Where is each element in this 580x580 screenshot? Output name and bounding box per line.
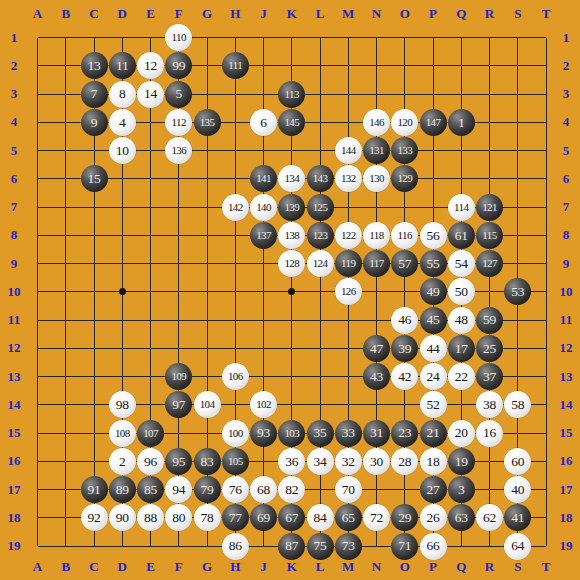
move-number: 129 <box>397 173 412 184</box>
black-stone-R7: 121 <box>476 194 503 221</box>
move-number: 91 <box>88 483 101 497</box>
black-stone-J8: 137 <box>250 222 277 249</box>
move-number: 8 <box>119 87 125 101</box>
white-stone-P8: 56 <box>420 222 447 249</box>
move-number: 119 <box>341 258 355 269</box>
white-stone-S17: 40 <box>504 476 531 503</box>
black-stone-G16: 83 <box>194 448 221 475</box>
move-number: 106 <box>228 371 243 382</box>
black-stone-H16: 105 <box>222 448 249 475</box>
white-stone-G18: 78 <box>194 504 221 531</box>
white-stone-O4: 120 <box>391 109 418 136</box>
black-stone-Q16: 19 <box>448 448 475 475</box>
black-stone-J6: 141 <box>250 165 277 192</box>
black-stone-Q17: 3 <box>448 476 475 503</box>
black-stone-O6: 129 <box>391 165 418 192</box>
white-stone-F1: 110 <box>165 24 192 51</box>
black-stone-P11: 45 <box>420 307 447 334</box>
black-stone-K15: 103 <box>278 420 305 447</box>
white-stone-Q11: 48 <box>448 307 475 334</box>
move-number: 138 <box>284 230 299 241</box>
move-number: 12 <box>144 59 157 73</box>
move-number: 29 <box>398 511 411 525</box>
black-stone-O9: 57 <box>391 250 418 277</box>
move-number: 111 <box>228 60 242 71</box>
move-number: 52 <box>427 398 440 412</box>
black-stone-C3: 7 <box>81 81 108 108</box>
black-stone-L7: 125 <box>307 194 334 221</box>
white-stone-H13: 106 <box>222 363 249 390</box>
move-number: 38 <box>483 398 496 412</box>
move-number: 100 <box>228 428 243 439</box>
move-number: 1 <box>458 116 464 130</box>
move-number: 24 <box>427 370 440 384</box>
move-number: 73 <box>342 539 355 553</box>
white-stone-N18: 72 <box>363 504 390 531</box>
move-number: 97 <box>172 398 185 412</box>
white-stone-M6: 132 <box>335 165 362 192</box>
move-number: 94 <box>172 483 185 497</box>
move-number: 87 <box>285 539 298 553</box>
white-stone-K16: 36 <box>278 448 305 475</box>
black-stone-O18: 29 <box>391 504 418 531</box>
move-number: 40 <box>511 483 524 497</box>
move-number: 34 <box>314 455 327 469</box>
white-stone-K8: 138 <box>278 222 305 249</box>
move-number: 84 <box>314 511 327 525</box>
white-stone-P18: 26 <box>420 504 447 531</box>
black-stone-N15: 31 <box>363 420 390 447</box>
move-number: 31 <box>370 426 383 440</box>
white-stone-Q9: 54 <box>448 250 475 277</box>
move-number: 13 <box>88 59 101 73</box>
move-number: 121 <box>482 202 497 213</box>
move-number: 4 <box>119 116 125 130</box>
move-number: 128 <box>284 258 299 269</box>
white-stone-R18: 62 <box>476 504 503 531</box>
white-stone-E16: 96 <box>137 448 164 475</box>
move-number: 109 <box>171 371 186 382</box>
move-number: 132 <box>341 173 356 184</box>
white-stone-E18: 88 <box>137 504 164 531</box>
move-number: 14 <box>144 87 157 101</box>
move-number: 120 <box>397 117 412 128</box>
white-stone-Q10: 50 <box>448 278 475 305</box>
white-stone-J14: 102 <box>250 391 277 418</box>
move-number: 99 <box>172 59 185 73</box>
move-number: 79 <box>201 483 214 497</box>
black-stone-R12: 25 <box>476 335 503 362</box>
move-number: 69 <box>257 511 270 525</box>
move-number: 2 <box>119 455 125 469</box>
white-stone-Q13: 22 <box>448 363 475 390</box>
black-stone-F16: 95 <box>165 448 192 475</box>
white-stone-S14: 58 <box>504 391 531 418</box>
move-number: 98 <box>116 398 129 412</box>
move-number: 118 <box>369 230 383 241</box>
move-number: 44 <box>427 342 440 356</box>
black-stone-Q18: 63 <box>448 504 475 531</box>
move-number: 41 <box>511 511 524 525</box>
move-number: 7 <box>91 87 97 101</box>
move-number: 82 <box>285 483 298 497</box>
move-number: 93 <box>257 426 270 440</box>
white-stone-F18: 80 <box>165 504 192 531</box>
move-number: 107 <box>143 428 158 439</box>
move-number: 37 <box>483 370 496 384</box>
white-stone-H7: 142 <box>222 194 249 221</box>
move-number: 50 <box>455 285 468 299</box>
move-number: 76 <box>229 483 242 497</box>
move-number: 19 <box>455 455 468 469</box>
white-stone-F5: 136 <box>165 137 192 164</box>
black-stone-G17: 79 <box>194 476 221 503</box>
move-number: 21 <box>427 426 440 440</box>
move-number: 127 <box>482 258 497 269</box>
move-number: 85 <box>144 483 157 497</box>
white-stone-D18: 90 <box>109 504 136 531</box>
move-number: 42 <box>398 370 411 384</box>
black-stone-R11: 59 <box>476 307 503 334</box>
move-number: 102 <box>256 399 271 410</box>
move-number: 54 <box>455 257 468 271</box>
white-stone-J7: 140 <box>250 194 277 221</box>
move-number: 105 <box>228 456 243 467</box>
black-stone-S10: 53 <box>504 278 531 305</box>
white-stone-M5: 144 <box>335 137 362 164</box>
black-stone-D17: 89 <box>109 476 136 503</box>
move-number: 139 <box>284 202 299 213</box>
black-stone-P17: 27 <box>420 476 447 503</box>
move-number: 141 <box>256 173 271 184</box>
move-number: 117 <box>369 258 383 269</box>
white-stone-N6: 130 <box>363 165 390 192</box>
white-stone-Q7: 114 <box>448 194 475 221</box>
move-number: 28 <box>398 455 411 469</box>
move-number: 110 <box>172 32 186 43</box>
move-number: 67 <box>285 511 298 525</box>
white-stone-R15: 16 <box>476 420 503 447</box>
black-stone-E17: 85 <box>137 476 164 503</box>
move-number: 114 <box>454 202 468 213</box>
move-number: 123 <box>313 230 328 241</box>
move-number: 75 <box>314 539 327 553</box>
black-stone-H2: 111 <box>222 52 249 79</box>
move-number: 66 <box>427 539 440 553</box>
black-stone-C17: 91 <box>81 476 108 503</box>
move-number: 96 <box>144 455 157 469</box>
black-stone-M18: 65 <box>335 504 362 531</box>
white-stone-N16: 30 <box>363 448 390 475</box>
black-stone-C2: 13 <box>81 52 108 79</box>
black-stone-N9: 117 <box>363 250 390 277</box>
black-stone-Q4: 1 <box>448 109 475 136</box>
move-number: 133 <box>397 145 412 156</box>
white-stone-N4: 146 <box>363 109 390 136</box>
move-number: 30 <box>370 455 383 469</box>
white-stone-N8: 118 <box>363 222 390 249</box>
black-stone-J15: 93 <box>250 420 277 447</box>
white-stone-Q15: 20 <box>448 420 475 447</box>
white-stone-O16: 28 <box>391 448 418 475</box>
move-number: 92 <box>88 511 101 525</box>
white-stone-K9: 128 <box>278 250 305 277</box>
black-stone-O12: 39 <box>391 335 418 362</box>
white-stone-E2: 12 <box>137 52 164 79</box>
white-stone-S19: 64 <box>504 533 531 560</box>
black-stone-C4: 9 <box>81 109 108 136</box>
move-number: 20 <box>455 426 468 440</box>
white-stone-M17: 70 <box>335 476 362 503</box>
move-number: 16 <box>483 426 496 440</box>
move-number: 62 <box>483 511 496 525</box>
move-number: 53 <box>511 285 524 299</box>
move-number: 77 <box>229 511 242 525</box>
move-number: 88 <box>144 511 157 525</box>
move-number: 147 <box>426 117 441 128</box>
white-stone-F17: 94 <box>165 476 192 503</box>
white-stone-M10: 126 <box>335 278 362 305</box>
move-number: 9 <box>91 116 97 130</box>
move-number: 83 <box>201 455 214 469</box>
white-stone-L9: 124 <box>307 250 334 277</box>
black-stone-P4: 147 <box>420 109 447 136</box>
move-number: 140 <box>256 202 271 213</box>
move-number: 58 <box>511 398 524 412</box>
move-number: 35 <box>314 426 327 440</box>
move-number: 86 <box>229 539 242 553</box>
move-number: 3 <box>458 483 464 497</box>
white-stone-O13: 42 <box>391 363 418 390</box>
move-number: 61 <box>455 229 468 243</box>
white-stone-P19: 66 <box>420 533 447 560</box>
white-stone-J4: 6 <box>250 109 277 136</box>
white-stone-L16: 34 <box>307 448 334 475</box>
white-stone-D4: 4 <box>109 109 136 136</box>
move-number: 45 <box>427 313 440 327</box>
move-number: 25 <box>483 342 496 356</box>
move-number: 48 <box>455 313 468 327</box>
white-stone-F4: 112 <box>165 109 192 136</box>
move-number: 23 <box>398 426 411 440</box>
move-number: 104 <box>200 399 215 410</box>
black-stone-O5: 133 <box>391 137 418 164</box>
white-stone-H15: 100 <box>222 420 249 447</box>
move-number: 72 <box>370 511 383 525</box>
white-stone-J17: 68 <box>250 476 277 503</box>
black-stone-L6: 143 <box>307 165 334 192</box>
black-stone-K7: 139 <box>278 194 305 221</box>
move-number: 122 <box>341 230 356 241</box>
black-stone-M9: 119 <box>335 250 362 277</box>
black-stone-Q12: 17 <box>448 335 475 362</box>
go-board: ABCDEFGHJKLMNOPQRST ABCDEFGHJKLMNOPQRST … <box>0 0 580 580</box>
move-number: 130 <box>369 173 384 184</box>
black-stone-R8: 115 <box>476 222 503 249</box>
move-number: 27 <box>427 483 440 497</box>
black-stone-F14: 97 <box>165 391 192 418</box>
black-stone-H18: 77 <box>222 504 249 531</box>
move-number: 39 <box>398 342 411 356</box>
white-stone-D15: 108 <box>109 420 136 447</box>
move-number: 89 <box>116 483 129 497</box>
white-stone-M16: 32 <box>335 448 362 475</box>
move-number: 146 <box>369 117 384 128</box>
move-number: 113 <box>285 89 299 100</box>
black-stone-C6: 15 <box>81 165 108 192</box>
move-number: 32 <box>342 455 355 469</box>
move-number: 10 <box>116 144 129 158</box>
black-stone-L15: 35 <box>307 420 334 447</box>
black-stone-G4: 135 <box>194 109 221 136</box>
white-stone-D16: 2 <box>109 448 136 475</box>
black-stone-N12: 47 <box>363 335 390 362</box>
move-number: 80 <box>172 511 185 525</box>
white-stone-K6: 134 <box>278 165 305 192</box>
black-stone-S18: 41 <box>504 504 531 531</box>
move-number: 145 <box>284 117 299 128</box>
black-stone-O15: 23 <box>391 420 418 447</box>
white-stone-O11: 46 <box>391 307 418 334</box>
black-stone-P9: 55 <box>420 250 447 277</box>
black-stone-Q8: 61 <box>448 222 475 249</box>
black-stone-D2: 11 <box>109 52 136 79</box>
black-stone-P10: 49 <box>420 278 447 305</box>
move-number: 63 <box>455 511 468 525</box>
move-number: 134 <box>284 173 299 184</box>
move-number: 33 <box>342 426 355 440</box>
move-number: 126 <box>341 286 356 297</box>
black-stone-N5: 131 <box>363 137 390 164</box>
white-stone-D14: 98 <box>109 391 136 418</box>
black-stone-R13: 37 <box>476 363 503 390</box>
black-stone-K19: 87 <box>278 533 305 560</box>
move-number: 143 <box>313 173 328 184</box>
white-stone-D3: 8 <box>109 81 136 108</box>
move-number: 17 <box>455 342 468 356</box>
white-stone-P16: 18 <box>420 448 447 475</box>
move-number: 142 <box>228 202 243 213</box>
move-number: 144 <box>341 145 356 156</box>
white-stone-P12: 44 <box>420 335 447 362</box>
move-number: 125 <box>313 202 328 213</box>
move-number: 108 <box>115 428 130 439</box>
black-stone-R9: 127 <box>476 250 503 277</box>
white-stone-E3: 14 <box>137 81 164 108</box>
move-number: 43 <box>370 370 383 384</box>
move-number: 135 <box>200 117 215 128</box>
move-number: 18 <box>427 455 440 469</box>
black-stone-J18: 69 <box>250 504 277 531</box>
move-number: 131 <box>369 145 384 156</box>
move-number: 115 <box>482 230 496 241</box>
white-stone-P13: 24 <box>420 363 447 390</box>
move-number: 64 <box>511 539 524 553</box>
move-number: 95 <box>172 455 185 469</box>
white-stone-S16: 60 <box>504 448 531 475</box>
move-number: 56 <box>427 229 440 243</box>
move-number: 70 <box>342 483 355 497</box>
move-number: 71 <box>398 539 411 553</box>
stones-layer: 1234567891011121314151617181920212223242… <box>0 0 580 580</box>
move-number: 60 <box>511 455 524 469</box>
black-stone-M15: 33 <box>335 420 362 447</box>
white-stone-R14: 38 <box>476 391 503 418</box>
black-stone-M19: 73 <box>335 533 362 560</box>
black-stone-P15: 21 <box>420 420 447 447</box>
white-stone-C18: 92 <box>81 504 108 531</box>
move-number: 65 <box>342 511 355 525</box>
move-number: 103 <box>284 428 299 439</box>
move-number: 46 <box>398 313 411 327</box>
white-stone-D5: 10 <box>109 137 136 164</box>
white-stone-M8: 122 <box>335 222 362 249</box>
black-stone-K4: 145 <box>278 109 305 136</box>
white-stone-L18: 84 <box>307 504 334 531</box>
move-number: 136 <box>171 145 186 156</box>
move-number: 112 <box>172 117 186 128</box>
black-stone-L19: 75 <box>307 533 334 560</box>
black-stone-L8: 123 <box>307 222 334 249</box>
move-number: 90 <box>116 511 129 525</box>
white-stone-P14: 52 <box>420 391 447 418</box>
black-stone-K3: 113 <box>278 81 305 108</box>
move-number: 78 <box>201 511 214 525</box>
move-number: 124 <box>313 258 328 269</box>
white-stone-H17: 76 <box>222 476 249 503</box>
move-number: 26 <box>427 511 440 525</box>
move-number: 22 <box>455 370 468 384</box>
black-stone-E15: 107 <box>137 420 164 447</box>
move-number: 55 <box>427 257 440 271</box>
move-number: 116 <box>398 230 412 241</box>
white-stone-K17: 82 <box>278 476 305 503</box>
black-stone-O19: 71 <box>391 533 418 560</box>
black-stone-K18: 67 <box>278 504 305 531</box>
black-stone-F3: 5 <box>165 81 192 108</box>
move-number: 59 <box>483 313 496 327</box>
move-number: 15 <box>88 172 101 186</box>
move-number: 6 <box>260 116 266 130</box>
move-number: 137 <box>256 230 271 241</box>
move-number: 36 <box>285 455 298 469</box>
white-stone-H19: 86 <box>222 533 249 560</box>
move-number: 49 <box>427 285 440 299</box>
move-number: 57 <box>398 257 411 271</box>
black-stone-F2: 99 <box>165 52 192 79</box>
move-number: 5 <box>176 87 182 101</box>
move-number: 47 <box>370 342 383 356</box>
white-stone-G14: 104 <box>194 391 221 418</box>
black-stone-N13: 43 <box>363 363 390 390</box>
move-number: 11 <box>116 59 128 73</box>
move-number: 68 <box>257 483 270 497</box>
black-stone-F13: 109 <box>165 363 192 390</box>
white-stone-O8: 116 <box>391 222 418 249</box>
